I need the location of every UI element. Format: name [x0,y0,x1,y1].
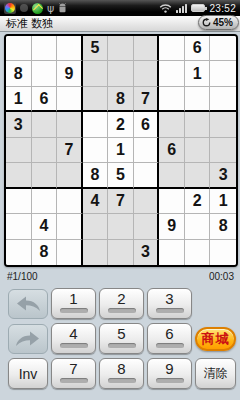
cell-r8c8[interactable] [185,214,211,239]
cell-r7c3[interactable] [57,189,83,214]
signal-strength-icon [176,3,187,13]
digit-count-bar [108,308,136,313]
cell-r4c7[interactable] [159,112,185,137]
cell-r2c2[interactable] [32,61,58,86]
digit-count-bar [108,378,136,383]
app-title: 标准 数独 [6,16,53,31]
digit-key-label: 8 [117,359,125,378]
cell-r1c4[interactable]: 5 [83,36,109,61]
inv-button[interactable]: Inv [8,358,48,389]
cell-r3c5[interactable]: 8 [108,87,134,112]
cell-r3c9[interactable] [210,87,236,112]
cell-r6c6[interactable] [134,163,160,188]
cell-r6c2[interactable] [32,163,58,188]
cell-r9c6[interactable]: 3 [134,240,160,265]
cell-r5c8[interactable] [185,138,211,163]
cell-r2c4[interactable] [83,61,109,86]
cell-r9c3[interactable] [57,240,83,265]
cell-r1c1[interactable] [6,36,32,61]
cell-r1c2[interactable] [32,36,58,61]
digit-key-label: 9 [165,359,173,378]
cell-r9c8[interactable] [185,240,211,265]
cell-r1c9[interactable] [210,36,236,61]
sudoku-board[interactable]: 568911687326716853472149883 [4,34,238,267]
cell-r6c3[interactable] [57,163,83,188]
undo-arrow-icon [14,295,42,313]
digit-count-bar [108,343,136,348]
cell-r9c9[interactable] [210,240,236,265]
cell-r4c1[interactable]: 3 [6,112,32,137]
cell-r7c1[interactable] [6,189,32,214]
digit-count-bar [60,308,88,313]
digit-count-bar [156,343,184,348]
progress-badge-label: 45% [213,17,233,28]
cell-r8c6[interactable] [134,214,160,239]
digit-key-6[interactable]: 6 [147,323,192,354]
cell-r4c5[interactable]: 2 [108,112,134,137]
cell-r7c2[interactable] [32,189,58,214]
cell-r1c8[interactable]: 6 [185,36,211,61]
cell-r2c1[interactable]: 8 [6,61,32,86]
cell-r8c9[interactable]: 8 [210,214,236,239]
cell-r3c8[interactable] [185,87,211,112]
usb-icon: ψ [47,3,54,14]
cell-r7c9[interactable]: 1 [210,189,236,214]
redo-button[interactable] [8,324,48,354]
digit-key-2[interactable]: 2 [99,288,144,319]
cell-r5c6[interactable] [134,138,160,163]
cell-r7c8[interactable]: 2 [185,189,211,214]
digit-key-label: 1 [69,289,77,308]
cell-r6c1[interactable] [6,163,32,188]
android-icon [58,3,67,14]
status-bar: ψ 23:52 [0,0,240,16]
cell-r9c1[interactable] [6,240,32,265]
cell-r8c7[interactable]: 9 [159,214,185,239]
cell-r2c5[interactable] [108,61,134,86]
redo-arrow-icon [14,330,42,348]
cell-r5c1[interactable] [6,138,32,163]
pinwheel-app-icon [4,2,16,14]
clear-button[interactable]: 清除 [195,358,236,389]
cell-r1c7[interactable] [159,36,185,61]
cell-r4c6[interactable]: 6 [134,112,160,137]
digit-count-bar [60,378,88,383]
digit-key-4[interactable]: 4 [51,323,96,354]
digit-key-8[interactable]: 8 [99,358,144,389]
digit-key-label: 7 [69,359,77,378]
battery-icon [191,4,205,12]
info-bar: #1/100 00:03 [0,267,240,283]
cell-r5c4[interactable] [83,138,109,163]
digit-key-label: 5 [117,324,125,343]
cell-r7c7[interactable] [159,189,185,214]
keypad: 1 2 3 4 5 6 商城 Inv 7 8 9 清除 [0,283,240,389]
digit-count-bar [156,378,184,383]
digit-key-label: 6 [165,324,173,343]
digit-key-3[interactable]: 3 [147,288,192,319]
cell-r4c4[interactable] [83,112,109,137]
cell-r7c6[interactable] [134,189,160,214]
digit-count-bar [156,308,184,313]
digit-key-1[interactable]: 1 [51,288,96,319]
cell-r9c4[interactable] [83,240,109,265]
cell-r5c9[interactable] [210,138,236,163]
cell-r6c9[interactable]: 3 [210,163,236,188]
cell-r3c3[interactable] [57,87,83,112]
cell-r4c9[interactable] [210,112,236,137]
cell-r2c3[interactable]: 9 [57,61,83,86]
cell-r3c7[interactable] [159,87,185,112]
cell-r2c7[interactable] [159,61,185,86]
cell-r6c8[interactable] [185,163,211,188]
cell-r2c6[interactable] [134,61,160,86]
cell-r6c4[interactable]: 8 [83,163,109,188]
clock-time: 23:52 [209,3,236,14]
cell-r9c7[interactable] [159,240,185,265]
cell-r1c6[interactable] [134,36,160,61]
cell-r5c7[interactable]: 6 [159,138,185,163]
wifi-icon [159,3,172,13]
cell-r4c3[interactable] [57,112,83,137]
progress-badge[interactable]: 45% [198,15,239,30]
cell-r1c3[interactable] [57,36,83,61]
cell-r4c8[interactable] [185,112,211,137]
keypad-empty-slot [195,303,236,304]
cell-r7c5[interactable]: 7 [108,189,134,214]
cell-r5c3[interactable]: 7 [57,138,83,163]
cell-r5c5[interactable]: 1 [108,138,134,163]
digit-key-label: 3 [165,289,173,308]
cell-r8c1[interactable] [6,214,32,239]
cell-r6c7[interactable] [159,163,185,188]
timer: 00:03 [209,271,234,282]
cell-r4c2[interactable] [32,112,58,137]
cell-r8c2[interactable]: 4 [32,214,58,239]
cell-r7c4[interactable]: 4 [83,189,109,214]
digit-key-label: 4 [69,324,77,343]
puzzle-number: #1/100 [7,271,38,282]
cell-r3c4[interactable] [83,87,109,112]
cell-r2c8[interactable]: 1 [185,61,211,86]
cell-r1c5[interactable] [108,36,134,61]
undo-button[interactable] [8,289,48,319]
cell-r8c3[interactable] [57,214,83,239]
shop-button[interactable]: 商城 [195,327,236,351]
cell-r6c5[interactable]: 5 [108,163,134,188]
green-app-icon [32,3,43,14]
refresh-icon [202,18,211,27]
cell-r3c6[interactable]: 7 [134,87,160,112]
cell-r9c5[interactable] [108,240,134,265]
cell-r2c9[interactable] [210,61,236,86]
cell-r9c2[interactable]: 8 [32,240,58,265]
digit-count-bar [60,343,88,348]
cell-r3c1[interactable]: 1 [6,87,32,112]
digit-key-5[interactable]: 5 [99,323,144,354]
digit-key-label: 2 [117,289,125,308]
cell-r8c5[interactable] [108,214,134,239]
cell-r8c4[interactable] [83,214,109,239]
digit-key-7[interactable]: 7 [51,358,96,389]
dim-notification-icon [20,4,28,12]
digit-key-9[interactable]: 9 [147,358,192,389]
cell-r5c2[interactable] [32,138,58,163]
cell-r3c2[interactable]: 6 [32,87,58,112]
